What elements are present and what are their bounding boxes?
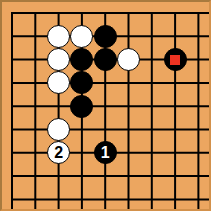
white-stone — [47, 48, 70, 71]
black-stone — [70, 71, 93, 94]
black-stone: 1 — [94, 141, 117, 164]
white-stone: 2 — [47, 141, 70, 164]
white-stone — [47, 25, 70, 48]
move-number-label: 2 — [54, 144, 63, 161]
board-grid: 21 — [0, 1, 210, 211]
black-stone — [164, 48, 187, 71]
white-stone — [117, 48, 140, 71]
white-stone — [70, 25, 93, 48]
white-stone — [47, 118, 70, 141]
move-number-label: 1 — [101, 144, 110, 161]
black-stone — [70, 48, 93, 71]
red-square-marker-icon — [170, 55, 180, 65]
go-board-corner-diagram: 21 — [0, 0, 211, 211]
black-stone — [70, 95, 93, 118]
black-stone — [94, 25, 117, 48]
black-stone — [94, 48, 117, 71]
white-stone — [47, 71, 70, 94]
